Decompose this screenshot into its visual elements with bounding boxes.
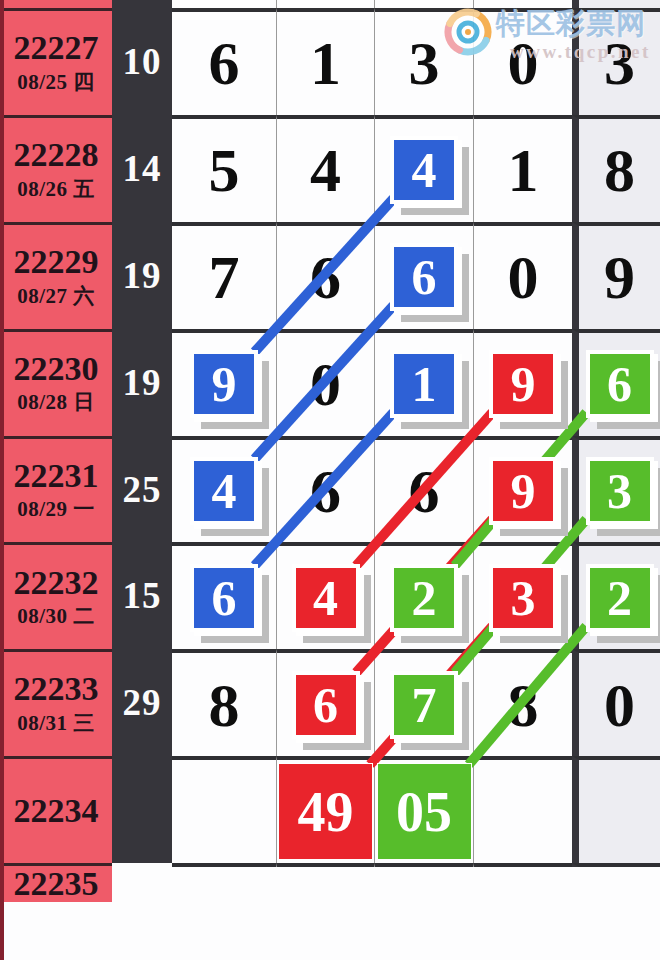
digit-cell: 6	[276, 436, 374, 543]
highlight-square-red: 4	[292, 564, 360, 632]
digit: 8	[508, 674, 539, 736]
issue-number: 22234	[14, 793, 99, 829]
issue-number: 22231	[14, 458, 99, 494]
draw-row-22228: 2222808/26 五1454418	[0, 115, 660, 222]
draw-date: 08/30 二	[17, 602, 95, 630]
prediction-block-red: 49	[278, 763, 373, 860]
sum-cell: 19	[112, 222, 172, 329]
digit-cell: 6	[572, 329, 660, 436]
digit-cell: 8	[172, 649, 276, 756]
digit-cell: 05	[374, 756, 473, 863]
issue-cell: 2223108/29 一	[0, 436, 112, 543]
issue-number: 22228	[14, 137, 99, 173]
digit: 7	[209, 246, 240, 308]
digit-cell: 0	[572, 649, 660, 756]
draw-date: 08/27 六	[17, 282, 95, 310]
highlight-square-red: 9	[489, 350, 557, 418]
issue-cell: 2223308/31 三	[0, 649, 112, 756]
sum-cell: 29	[112, 649, 172, 756]
draw-date: 08/31 三	[17, 709, 95, 737]
issue-cell: 2222708/25 四	[0, 8, 112, 115]
digit-cell: 6	[276, 222, 374, 329]
digit: 1	[508, 139, 539, 201]
digit-cell: 6	[374, 436, 473, 543]
digit: 9	[604, 246, 635, 308]
prediction-block-green: 05	[377, 763, 472, 860]
digit-cell: 9	[473, 436, 572, 543]
digit-cell: 1	[473, 115, 572, 222]
digit-cell: 6	[172, 542, 276, 649]
digit-cell: 49	[276, 756, 374, 863]
digit-cell	[572, 756, 660, 863]
sliver-sum-cell	[112, 0, 172, 8]
digit-cell	[172, 756, 276, 863]
digit-cell: 1	[374, 329, 473, 436]
digit-cell: 6	[276, 649, 374, 756]
digit-cell: 7	[374, 649, 473, 756]
digit-cell: 8	[572, 115, 660, 222]
digit-cell: 2	[572, 542, 660, 649]
draw-row-22227: 2222708/25 四1061303	[0, 8, 660, 115]
digit-cell: 4	[276, 115, 374, 222]
draw-row-22235: 22235	[0, 863, 660, 902]
issue-cell: 2223008/28 日	[0, 329, 112, 436]
sum-cell: 14	[112, 115, 172, 222]
draw-date: 08/29 一	[17, 495, 95, 523]
highlight-square-blue: 6	[390, 243, 458, 311]
digit-cell	[473, 863, 572, 867]
issue-number: 22229	[14, 244, 99, 280]
draw-date: 08/25 四	[17, 68, 95, 96]
lottery-trend-chart: 2222708/25 四10613032222808/26 五145441822…	[0, 0, 660, 960]
issue-cell: 22234	[0, 756, 112, 863]
digit-cell: 0	[276, 329, 374, 436]
sliver-label-cell	[0, 0, 112, 8]
digit-cell	[276, 863, 374, 867]
sum-cell: 19	[112, 329, 172, 436]
digit-cell: 6	[172, 8, 276, 115]
sum-cell: 10	[112, 8, 172, 115]
digit-cell	[172, 863, 276, 867]
digit: 6	[310, 246, 341, 308]
digit: 1	[310, 32, 341, 94]
digit-cell	[374, 863, 473, 867]
digit: 4	[310, 139, 341, 201]
digit-cell: 9	[172, 329, 276, 436]
digit-cell: 3	[374, 8, 473, 115]
digit-cell: 8	[473, 649, 572, 756]
digit: 3	[409, 32, 440, 94]
digit: 0	[508, 246, 539, 308]
digit-cell: 7	[172, 222, 276, 329]
draw-row-22233: 2223308/31 三2986780	[0, 649, 660, 756]
digit-cell	[572, 863, 660, 867]
digit-cell: 3	[473, 542, 572, 649]
digit: 0	[508, 32, 539, 94]
issue-number: 22227	[14, 30, 99, 66]
issue-number: 22235	[14, 866, 99, 902]
highlight-square-blue: 4	[190, 457, 258, 525]
issue-cell: 2222808/26 五	[0, 115, 112, 222]
digit-cell: 4	[374, 115, 473, 222]
highlight-square-red: 9	[489, 457, 557, 525]
highlight-square-green: 2	[586, 564, 654, 632]
highlight-square-blue: 1	[390, 350, 458, 418]
issue-cell: 22235	[0, 863, 112, 902]
highlight-square-red: 6	[292, 671, 360, 739]
digit-cell: 3	[572, 436, 660, 543]
highlight-square-green: 6	[586, 350, 654, 418]
digit-cell: 1	[276, 8, 374, 115]
draw-row-22234: 222344905	[0, 756, 660, 863]
highlight-square-blue: 4	[390, 136, 458, 204]
highlight-square-blue: 9	[190, 350, 258, 418]
digit: 6	[409, 460, 440, 522]
draw-row-22229: 2222908/27 六1976609	[0, 222, 660, 329]
digit: 6	[310, 460, 341, 522]
digit-cell: 9	[473, 329, 572, 436]
digit-cell: 9	[572, 222, 660, 329]
draw-row-22230: 2223008/28 日1990196	[0, 329, 660, 436]
digit: 3	[604, 32, 635, 94]
digit: 0	[310, 353, 341, 415]
highlight-square-green: 7	[390, 671, 458, 739]
left-edge-strip	[0, 0, 4, 960]
draw-row-22231: 2223108/29 一2546693	[0, 436, 660, 543]
digit-cell: 6	[374, 222, 473, 329]
sum-cell: 25	[112, 436, 172, 543]
digit-cell: 5	[172, 115, 276, 222]
draw-date: 08/28 日	[17, 388, 95, 416]
digit: 8	[604, 139, 635, 201]
digit: 0	[604, 674, 635, 736]
sum-cell: 15	[112, 542, 172, 649]
digit-cell: 4	[276, 542, 374, 649]
top-row-sliver	[0, 0, 660, 8]
issue-number: 22230	[14, 351, 99, 387]
issue-number: 22232	[14, 565, 99, 601]
digit: 8	[209, 674, 240, 736]
digit-cell: 4	[172, 436, 276, 543]
digit-cell: 3	[572, 8, 660, 115]
highlight-square-red: 3	[489, 564, 557, 632]
digit-cell: 0	[473, 8, 572, 115]
digit-cell: 0	[473, 222, 572, 329]
issue-number: 22233	[14, 671, 99, 707]
digit-cell	[473, 756, 572, 863]
digit: 5	[209, 139, 240, 201]
digit-cell: 2	[374, 542, 473, 649]
issue-cell: 2223208/30 二	[0, 542, 112, 649]
highlight-square-blue: 6	[190, 564, 258, 632]
digit: 6	[209, 32, 240, 94]
draw-date: 08/26 五	[17, 175, 95, 203]
highlight-square-green: 2	[390, 564, 458, 632]
sum-cell	[112, 756, 172, 863]
draw-row-22232: 2223208/30 二1564232	[0, 542, 660, 649]
highlight-square-green: 3	[586, 457, 654, 525]
issue-cell: 2222908/27 六	[0, 222, 112, 329]
